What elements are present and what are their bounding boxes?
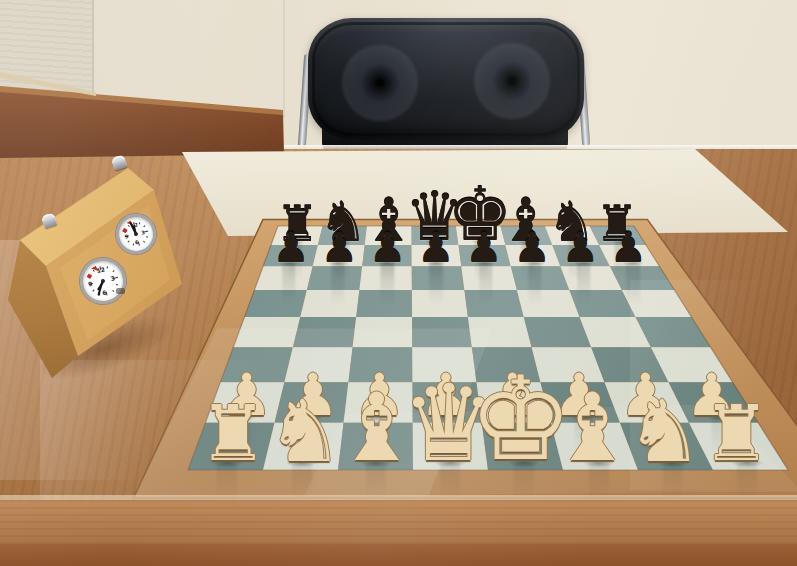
dial-numeral: 6 (101, 288, 107, 296)
piece-white-knight-g1[interactable]: ♞ (626, 388, 703, 474)
dial-tick (112, 270, 114, 272)
chess-clock: 12369 12369 (0, 148, 210, 393)
dial-numeral: 9 (87, 280, 93, 288)
dial-numeral: 3 (110, 274, 116, 282)
scene: ♜♞♝♛♚♝♞♜♟♟♟♟♟♟♟♟♟♟♟♟♟♟♟♟♜♞♝♛♚♝♞♜ 12369 1… (0, 0, 797, 566)
dial-numeral: 6 (134, 239, 139, 246)
table-front-edge (0, 500, 797, 544)
clock-logo-mark (116, 288, 125, 294)
piece-white-bishop-f1[interactable]: ♝ (551, 381, 635, 475)
dial-pin (101, 279, 106, 284)
piece-white-knight-b1[interactable]: ♞ (266, 388, 343, 474)
dial-tick (127, 225, 129, 227)
dial-tick (92, 270, 94, 272)
dial-tick (106, 266, 108, 268)
dial-tick (145, 236, 147, 238)
dial-numeral: 9 (124, 233, 129, 240)
piece-black-pawn-h7[interactable]: ♟ (610, 227, 648, 269)
piece-black-pawn-a7[interactable]: ♟ (272, 227, 310, 269)
piece-black-pawn-e7[interactable]: ♟ (465, 227, 503, 269)
piece-white-rook-a1[interactable]: ♜ (199, 396, 268, 473)
dial-tick (142, 241, 144, 243)
dial-tick (132, 243, 134, 245)
dial-pin (134, 232, 139, 237)
table-front-face (0, 544, 797, 566)
dial-tick (112, 290, 114, 292)
piece-black-pawn-f7[interactable]: ♟ (513, 227, 551, 269)
piece-black-pawn-d7[interactable]: ♟ (417, 227, 455, 269)
piece-white-rook-h1[interactable]: ♜ (702, 396, 771, 473)
dial-tick (92, 290, 94, 292)
dial-tick (143, 225, 145, 227)
dial-tick (115, 284, 117, 286)
piece-black-pawn-g7[interactable]: ♟ (561, 227, 599, 269)
dial-red-star (87, 274, 92, 279)
dial-tick (138, 222, 140, 224)
dial-tick (127, 240, 129, 242)
dial-numeral: 3 (140, 229, 145, 236)
clock-button-right[interactable] (112, 156, 128, 170)
piece-black-pawn-c7[interactable]: ♟ (369, 227, 407, 269)
piece-black-pawn-b7[interactable]: ♟ (321, 227, 359, 269)
